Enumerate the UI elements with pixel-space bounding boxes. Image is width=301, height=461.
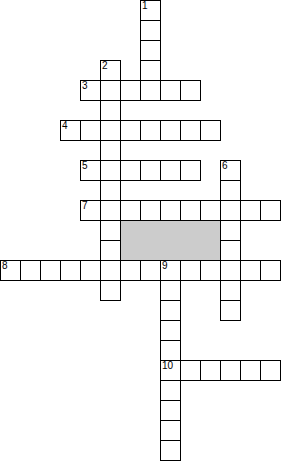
crossword-cell-r13c4[interactable] [80,260,101,281]
crossword-cell-r7c5[interactable] [100,140,121,161]
crossword-cell-r13c5[interactable] [100,260,121,281]
shaded-block-cell [180,240,200,260]
crossword-cell-r8c7[interactable] [140,160,161,181]
crossword-cell-r10c6[interactable] [120,200,141,221]
shaded-block-cell [160,220,180,240]
crossword-cell-r21c8[interactable] [160,420,181,441]
crossword-cell-r6c5[interactable] [100,120,121,141]
crossword-cell-r18c10[interactable] [200,360,221,381]
crossword-cell-r13c9[interactable] [180,260,201,281]
clue-number-2: 2 [102,61,108,71]
crossword-cell-r4c6[interactable] [120,80,141,101]
shaded-block-cell [180,220,200,240]
clue-number-5: 5 [82,161,88,171]
crossword-cell-r20c8[interactable] [160,400,181,421]
crossword-cell-r6c7[interactable] [140,120,161,141]
clue-number-1: 1 [142,1,148,11]
clue-number-4: 4 [62,121,68,131]
crossword-cell-r12c5[interactable] [100,240,121,261]
clue-number-8: 8 [2,261,8,271]
shaded-block-cell [140,240,160,260]
crossword-cell-r4c9[interactable] [180,80,201,101]
crossword-cell-r4c5[interactable] [100,80,121,101]
clue-number-10: 10 [162,361,173,371]
crossword-cell-r18c12[interactable] [240,360,261,381]
crossword-cell-r8c6[interactable] [120,160,141,181]
shaded-block-cell [120,240,140,260]
crossword-cell-r9c5[interactable] [100,180,121,201]
crossword-cell-r10c13[interactable] [260,200,281,221]
crossword-cell-r14c8[interactable] [160,280,181,301]
crossword-cell-r11c11[interactable] [220,220,241,241]
crossword-cell-r13c7[interactable] [140,260,161,281]
crossword-cell-r10c11[interactable] [220,200,241,221]
clue-number-9: 9 [162,261,168,271]
crossword-cell-r13c11[interactable] [220,260,241,281]
crossword-cell-r9c11[interactable] [220,180,241,201]
crossword-cell-r15c11[interactable] [220,300,241,321]
crossword-cell-r10c12[interactable] [240,200,261,221]
crossword-cell-r2c7[interactable] [140,40,161,61]
crossword-cell-r6c6[interactable] [120,120,141,141]
crossword-cell-r18c13[interactable] [260,360,281,381]
crossword-cell-r13c10[interactable] [200,260,221,281]
crossword-cell-r16c8[interactable] [160,320,181,341]
crossword-cell-r13c13[interactable] [260,260,281,281]
crossword-cell-r12c11[interactable] [220,240,241,261]
crossword-cell-r1c7[interactable] [140,20,161,41]
crossword-cell-r10c9[interactable] [180,200,201,221]
crossword-cell-r10c10[interactable] [200,200,221,221]
crossword-cell-r14c11[interactable] [220,280,241,301]
crossword-cell-r3c7[interactable] [140,60,161,81]
crossword-cell-r8c9[interactable] [180,160,201,181]
crossword-cell-r13c12[interactable] [240,260,261,281]
crossword-cell-r13c3[interactable] [60,260,81,281]
crossword-cell-r18c11[interactable] [220,360,241,381]
crossword-cell-r6c10[interactable] [200,120,221,141]
shaded-block-cell [160,240,180,260]
crossword-cell-r5c5[interactable] [100,100,121,121]
crossword-cell-r19c8[interactable] [160,380,181,401]
crossword-cell-r6c4[interactable] [80,120,101,141]
crossword-cell-r17c8[interactable] [160,340,181,361]
shaded-block-cell [140,220,160,240]
crossword-cell-r6c9[interactable] [180,120,201,141]
crossword-cell-r15c8[interactable] [160,300,181,321]
shaded-block-cell [200,240,220,260]
shaded-block-cell [120,220,140,240]
crossword-cell-r13c2[interactable] [40,260,61,281]
crossword-cell-r8c8[interactable] [160,160,181,181]
crossword-cell-r14c5[interactable] [100,280,121,301]
shaded-block-cell [200,220,220,240]
crossword-cell-r11c5[interactable] [100,220,121,241]
crossword-cell-r4c8[interactable] [160,80,181,101]
clue-number-3: 3 [82,81,88,91]
crossword-board: 12345678910 [0,0,301,461]
crossword-cell-r13c6[interactable] [120,260,141,281]
crossword-cell-r6c8[interactable] [160,120,181,141]
clue-number-7: 7 [82,201,88,211]
crossword-cell-r18c9[interactable] [180,360,201,381]
crossword-cell-r10c7[interactable] [140,200,161,221]
clue-number-6: 6 [222,161,228,171]
crossword-cell-r10c8[interactable] [160,200,181,221]
crossword-cell-r8c5[interactable] [100,160,121,181]
crossword-cell-r13c1[interactable] [20,260,41,281]
crossword-cell-r22c8[interactable] [160,440,181,461]
crossword-cell-r4c7[interactable] [140,80,161,101]
crossword-cell-r10c5[interactable] [100,200,121,221]
